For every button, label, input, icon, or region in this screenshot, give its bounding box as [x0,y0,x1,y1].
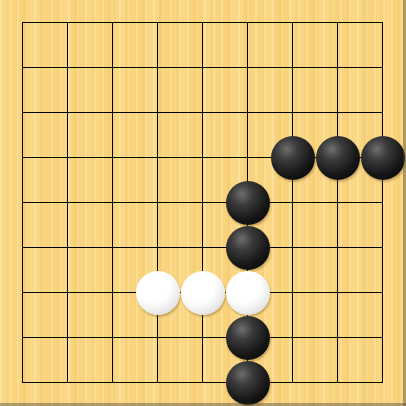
white-stone: ○ [181,271,225,315]
stones-layer: ●●●●●○○○●● [0,0,405,405]
black-stone: ● [361,136,405,180]
black-stone: ● [316,136,360,180]
black-stone: ● [226,181,270,225]
black-stone: ● [271,136,315,180]
black-stone: ● [226,361,270,405]
white-stone: ○ [136,271,180,315]
go-board[interactable]: ●●●●●○○○●● [0,0,406,406]
black-stone: ● [226,316,270,360]
black-stone: ● [226,226,270,270]
white-stone: ○ [226,271,270,315]
